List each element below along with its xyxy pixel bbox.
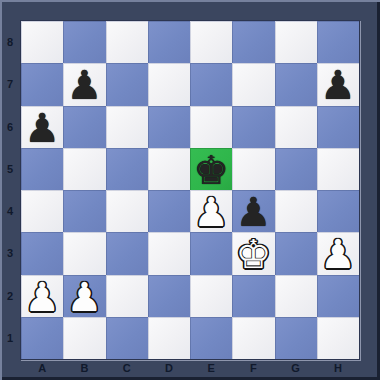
square-h8[interactable] [317, 21, 359, 63]
square-b3[interactable] [63, 232, 105, 274]
white-pawn[interactable]: ♟ [320, 234, 356, 274]
chess-diagram: 87654321 ABCDEFGH ♟♟♟♚♟♟♚♟♟♟ [0, 0, 380, 380]
square-h7[interactable]: ♟ [317, 63, 359, 105]
square-h6[interactable] [317, 106, 359, 148]
square-a2[interactable]: ♟ [21, 275, 63, 317]
black-pawn[interactable]: ♟ [320, 65, 356, 105]
square-b5[interactable] [63, 148, 105, 190]
square-b8[interactable] [63, 21, 105, 63]
square-d8[interactable] [148, 21, 190, 63]
square-c8[interactable] [106, 21, 148, 63]
square-g1[interactable] [275, 317, 317, 359]
square-a7[interactable] [21, 63, 63, 105]
square-b7[interactable]: ♟ [63, 63, 105, 105]
rank-label-7: 7 [0, 63, 21, 105]
square-g8[interactable] [275, 21, 317, 63]
square-e2[interactable] [190, 275, 232, 317]
square-f1[interactable] [232, 317, 274, 359]
square-e6[interactable] [190, 106, 232, 148]
square-a3[interactable] [21, 232, 63, 274]
file-label-h: H [317, 359, 359, 380]
black-pawn[interactable]: ♟ [235, 192, 271, 232]
square-f8[interactable] [232, 21, 274, 63]
square-h2[interactable] [317, 275, 359, 317]
rank-label-1: 1 [0, 317, 21, 359]
square-b6[interactable] [63, 106, 105, 148]
rank-label-4: 4 [0, 190, 21, 232]
square-f4[interactable]: ♟ [232, 190, 274, 232]
black-king[interactable]: ♚ [193, 150, 229, 190]
square-e5[interactable]: ♚ [190, 148, 232, 190]
square-h1[interactable] [317, 317, 359, 359]
square-a5[interactable] [21, 148, 63, 190]
square-g6[interactable] [275, 106, 317, 148]
black-pawn[interactable]: ♟ [66, 65, 102, 105]
square-a1[interactable] [21, 317, 63, 359]
square-e7[interactable] [190, 63, 232, 105]
square-c3[interactable] [106, 232, 148, 274]
square-d4[interactable] [148, 190, 190, 232]
file-label-d: D [148, 359, 190, 380]
square-c4[interactable] [106, 190, 148, 232]
file-label-b: B [63, 359, 105, 380]
square-f2[interactable] [232, 275, 274, 317]
square-g3[interactable] [275, 232, 317, 274]
square-h3[interactable]: ♟ [317, 232, 359, 274]
square-c7[interactable] [106, 63, 148, 105]
file-label-e: E [190, 359, 232, 380]
square-c1[interactable] [106, 317, 148, 359]
rank-labels: 87654321 [0, 21, 21, 359]
square-a4[interactable] [21, 190, 63, 232]
white-pawn[interactable]: ♟ [24, 277, 60, 317]
rank-label-3: 3 [0, 232, 21, 274]
rank-label-2: 2 [0, 275, 21, 317]
square-b1[interactable] [63, 317, 105, 359]
square-d1[interactable] [148, 317, 190, 359]
square-d5[interactable] [148, 148, 190, 190]
square-g4[interactable] [275, 190, 317, 232]
square-c5[interactable] [106, 148, 148, 190]
square-b4[interactable] [63, 190, 105, 232]
black-pawn[interactable]: ♟ [24, 108, 60, 148]
rank-label-6: 6 [0, 106, 21, 148]
square-c2[interactable] [106, 275, 148, 317]
square-a8[interactable] [21, 21, 63, 63]
file-label-g: G [275, 359, 317, 380]
white-pawn[interactable]: ♟ [66, 277, 102, 317]
square-g2[interactable] [275, 275, 317, 317]
square-f3[interactable]: ♚ [232, 232, 274, 274]
square-g7[interactable] [275, 63, 317, 105]
square-f6[interactable] [232, 106, 274, 148]
square-e4[interactable]: ♟ [190, 190, 232, 232]
file-label-c: C [106, 359, 148, 380]
square-d6[interactable] [148, 106, 190, 148]
square-h5[interactable] [317, 148, 359, 190]
square-e8[interactable] [190, 21, 232, 63]
square-h4[interactable] [317, 190, 359, 232]
white-pawn[interactable]: ♟ [193, 192, 229, 232]
square-e1[interactable] [190, 317, 232, 359]
white-king[interactable]: ♚ [235, 234, 271, 274]
rank-label-5: 5 [0, 148, 21, 190]
rank-label-8: 8 [0, 21, 21, 63]
square-f5[interactable] [232, 148, 274, 190]
square-a6[interactable]: ♟ [21, 106, 63, 148]
chess-board: ♟♟♟♚♟♟♚♟♟♟ [21, 21, 359, 359]
square-f7[interactable] [232, 63, 274, 105]
square-d2[interactable] [148, 275, 190, 317]
file-label-a: A [21, 359, 63, 380]
square-e3[interactable] [190, 232, 232, 274]
square-g5[interactable] [275, 148, 317, 190]
square-b2[interactable]: ♟ [63, 275, 105, 317]
square-d7[interactable] [148, 63, 190, 105]
file-labels: ABCDEFGH [21, 359, 359, 380]
square-c6[interactable] [106, 106, 148, 148]
file-label-f: F [232, 359, 274, 380]
square-d3[interactable] [148, 232, 190, 274]
